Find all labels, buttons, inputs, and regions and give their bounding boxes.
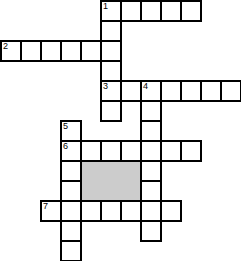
cell-r12-c3[interactable] [60, 240, 82, 261]
cell-r2-c5[interactable] [100, 40, 122, 62]
cell-r1-c5[interactable] [100, 20, 122, 42]
cell-r7-c9[interactable] [180, 140, 202, 162]
cell-r7-c4[interactable] [80, 140, 102, 162]
cell-r4-c6[interactable] [120, 80, 142, 102]
cell-r5-c7[interactable] [140, 100, 162, 122]
cell-r2-c2[interactable] [40, 40, 62, 62]
cell-r2-c1[interactable] [20, 40, 42, 62]
cell-r10-c6[interactable] [120, 200, 142, 222]
cell-r4-c11[interactable] [220, 80, 241, 102]
clue-number-2: 2 [3, 42, 8, 51]
cell-r3-c5[interactable] [100, 60, 122, 82]
clue-number-3: 3 [103, 82, 108, 91]
clue-number-5: 5 [63, 122, 68, 131]
cell-r0-c8[interactable] [160, 0, 182, 22]
clue-number-7: 7 [43, 202, 48, 211]
clue-number-4: 4 [143, 82, 148, 91]
cell-r10-c2[interactable]: 7 [40, 200, 62, 222]
cell-r10-c7[interactable] [140, 200, 162, 222]
cell-r7-c7[interactable] [140, 140, 162, 162]
cell-r7-c3[interactable]: 6 [60, 140, 82, 162]
cell-r8-c3[interactable] [60, 160, 82, 182]
cell-r4-c8[interactable] [160, 80, 182, 102]
cell-r4-c10[interactable] [200, 80, 222, 102]
cell-r2-c4[interactable] [80, 40, 102, 62]
cell-r7-c6[interactable] [120, 140, 142, 162]
cell-r7-c5[interactable] [100, 140, 122, 162]
cell-r2-c0[interactable]: 2 [0, 40, 22, 62]
cell-r4-c9[interactable] [180, 80, 202, 102]
crossword-board: 1234567 [0, 0, 241, 261]
clue-number-1: 1 [103, 2, 108, 11]
cell-r0-c7[interactable] [140, 0, 162, 22]
cell-r7-c8[interactable] [160, 140, 182, 162]
cell-r10-c3[interactable] [60, 200, 82, 222]
cell-r6-c7[interactable] [140, 120, 162, 142]
cell-r11-c3[interactable] [60, 220, 82, 242]
cell-r4-c5[interactable]: 3 [100, 80, 122, 102]
crossword-grid: 1234567 [1, 1, 241, 261]
cell-r10-c5[interactable] [100, 200, 122, 222]
cell-r11-c7[interactable] [140, 220, 162, 242]
cell-r0-c5[interactable]: 1 [100, 0, 122, 22]
cell-r5-c5[interactable] [100, 100, 122, 122]
cell-r9-c3[interactable] [60, 180, 82, 202]
clue-number-6: 6 [63, 142, 68, 151]
cell-r10-c8[interactable] [160, 200, 182, 222]
cell-r0-c9[interactable] [180, 0, 202, 22]
cell-r6-c3[interactable]: 5 [60, 120, 82, 142]
shaded-block [80, 160, 142, 202]
cell-r4-c7[interactable]: 4 [140, 80, 162, 102]
cell-r2-c3[interactable] [60, 40, 82, 62]
cell-r8-c7[interactable] [140, 160, 162, 182]
cell-r0-c6[interactable] [120, 0, 142, 22]
cell-r9-c7[interactable] [140, 180, 162, 202]
cell-r10-c4[interactable] [80, 200, 102, 222]
